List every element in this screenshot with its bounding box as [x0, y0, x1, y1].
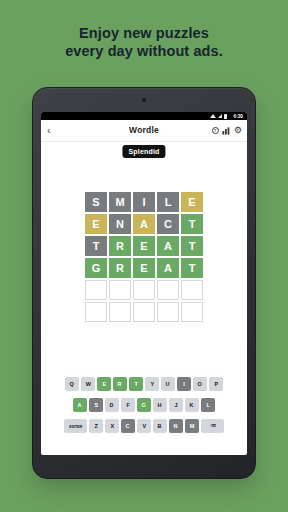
tile-r4c3: E: [133, 258, 155, 278]
tile-r6c4: [157, 302, 179, 322]
tile-r1c1: S: [85, 192, 107, 212]
tile-r1c4: L: [157, 192, 179, 212]
wordle-grid: SMILEENACTTREATGREAT: [41, 192, 247, 322]
key-z[interactable]: Z: [89, 419, 103, 433]
key-j[interactable]: J: [169, 398, 183, 412]
status-bar: 6:30: [41, 112, 247, 120]
tile-r4c1: G: [85, 258, 107, 278]
key-l[interactable]: L: [201, 398, 215, 412]
tile-r3c1: T: [85, 236, 107, 256]
key-w[interactable]: W: [81, 377, 95, 391]
help-icon[interactable]: ?: [212, 127, 219, 134]
app-bar: ‹ Wordle ? ⚙: [41, 120, 247, 142]
key-y[interactable]: Y: [145, 377, 159, 391]
key-b[interactable]: B: [153, 419, 167, 433]
tile-r4c5: T: [181, 258, 203, 278]
key-q[interactable]: Q: [65, 377, 79, 391]
tile-r5c5: [181, 280, 203, 300]
tile-r1c5: E: [181, 192, 203, 212]
toast-splendid: Splendid: [122, 145, 165, 158]
tablet-screen: 6:30 ‹ Wordle ? ⚙ Splendid SMILEENACTTRE…: [41, 112, 247, 455]
key-h[interactable]: H: [153, 398, 167, 412]
key-v[interactable]: V: [137, 419, 151, 433]
key-s[interactable]: S: [89, 398, 103, 412]
tile-r3c2: R: [109, 236, 131, 256]
battery-icon: [224, 114, 227, 119]
key-c[interactable]: C: [121, 419, 135, 433]
keyboard-row-1: QWERTYUIOP: [41, 377, 247, 391]
headline: Enjoy new puzzles every day without ads.: [0, 25, 288, 60]
camera-dot: [142, 98, 146, 102]
key-t[interactable]: T: [129, 377, 143, 391]
keyboard-row-3: ENTERZXCVBNM⌫: [41, 419, 247, 433]
key-g[interactable]: G: [137, 398, 151, 412]
tile-r2c2: N: [109, 214, 131, 234]
tile-r2c4: C: [157, 214, 179, 234]
tile-r2c1: E: [85, 214, 107, 234]
wifi-icon: [210, 114, 216, 118]
key-enter[interactable]: ENTER: [64, 419, 87, 433]
headline-line1: Enjoy new puzzles: [0, 25, 288, 43]
key-r[interactable]: R: [113, 377, 127, 391]
key-p[interactable]: P: [209, 377, 223, 391]
tile-r1c2: M: [109, 192, 131, 212]
tile-r5c2: [109, 280, 131, 300]
key-u[interactable]: U: [161, 377, 175, 391]
tile-r3c4: A: [157, 236, 179, 256]
stats-icon[interactable]: [222, 127, 230, 135]
key-m[interactable]: M: [185, 419, 199, 433]
tile-r4c2: R: [109, 258, 131, 278]
key-o[interactable]: O: [193, 377, 207, 391]
key-backspace[interactable]: ⌫: [201, 419, 224, 433]
keyboard-row-2: ASDFGHJKL: [41, 398, 247, 412]
key-x[interactable]: X: [105, 419, 119, 433]
app-bar-actions: ? ⚙: [212, 120, 242, 141]
keyboard: QWERTYUIOPASDFGHJKLENTERZXCVBNM⌫: [41, 377, 247, 440]
headline-line2: every day without ads.: [0, 43, 288, 61]
key-i[interactable]: I: [177, 377, 191, 391]
tile-r5c3: [133, 280, 155, 300]
signal-icon: [218, 114, 222, 118]
tile-r5c4: [157, 280, 179, 300]
status-time: 6:30: [233, 114, 243, 119]
key-f[interactable]: F: [121, 398, 135, 412]
tile-r6c5: [181, 302, 203, 322]
tablet-device: 6:30 ‹ Wordle ? ⚙ Splendid SMILEENACTTRE…: [32, 87, 256, 479]
key-e[interactable]: E: [97, 377, 111, 391]
key-n[interactable]: N: [169, 419, 183, 433]
key-d[interactable]: D: [105, 398, 119, 412]
tile-r6c1: [85, 302, 107, 322]
tile-r2c3: A: [133, 214, 155, 234]
tile-r4c4: A: [157, 258, 179, 278]
tile-r1c3: I: [133, 192, 155, 212]
settings-icon[interactable]: ⚙: [234, 126, 242, 135]
tile-r3c3: E: [133, 236, 155, 256]
tile-r3c5: T: [181, 236, 203, 256]
tile-r5c1: [85, 280, 107, 300]
promo-screen: { "game": "Wordle", "position": { "rows"…: [0, 0, 288, 512]
tile-r6c3: [133, 302, 155, 322]
key-a[interactable]: A: [73, 398, 87, 412]
key-k[interactable]: K: [185, 398, 199, 412]
tile-r6c2: [109, 302, 131, 322]
tile-r2c5: T: [181, 214, 203, 234]
